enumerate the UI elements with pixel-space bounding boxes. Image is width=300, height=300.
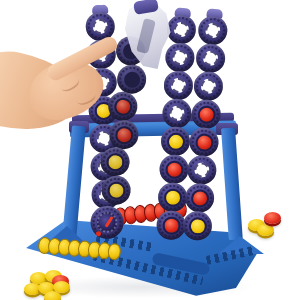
ring-empty-center [194,162,210,178]
red-disc[interactable] [106,90,139,123]
ring-empty[interactable] [165,42,195,72]
ring-empty[interactable] [193,71,224,102]
product-photo [0,0,300,300]
loose-red-disc[interactable] [264,212,281,224]
loose-yellow-disc[interactable] [44,291,61,300]
ring-empty[interactable] [197,15,228,46]
yellow-disc[interactable] [160,126,190,156]
yellow-disc-center [166,132,185,151]
ring-empty[interactable] [166,14,196,44]
yellow-disc[interactable] [182,210,213,241]
ring-empty-center [171,78,187,94]
loose-yellow-disc[interactable] [257,224,274,236]
ring-empty[interactable] [162,98,192,128]
ring-empty-center [173,22,189,38]
red-disc[interactable] [159,154,189,184]
spinning-ring[interactable] [115,63,148,96]
ring-empty[interactable] [195,43,226,74]
yellow-disc-center [188,216,207,235]
red-disc-center [194,132,213,151]
left-support-post [62,125,86,236]
red-disc[interactable] [107,118,140,151]
yellow-disc-center [163,188,182,207]
red-disc[interactable] [188,126,219,157]
ring-empty-center [93,47,109,63]
yellow-disc-center [105,152,125,172]
red-disc[interactable] [191,99,222,130]
ring-empty[interactable] [186,154,217,185]
knuckle-crease [58,74,81,94]
yellow-disc[interactable] [100,174,133,207]
red-disc-center [114,125,134,145]
ring-empty-center [169,105,185,121]
red-disc[interactable] [184,182,215,213]
ring-empty-center [92,19,108,35]
ring-empty-center [200,78,216,94]
red-disc-center [190,188,209,207]
red-disc-center [197,104,216,123]
red-disc-center [165,160,184,179]
spinning-ring-center [123,70,141,88]
ring-empty[interactable] [86,39,116,69]
red-disc-center [113,96,133,116]
yellow-disc-center [106,180,126,200]
ring-empty-center [203,50,219,66]
ring-empty[interactable] [163,70,193,100]
ring-empty-center [205,22,221,38]
red-disc-center [162,216,181,235]
ring-empty[interactable] [85,11,115,41]
yellow-disc[interactable] [99,145,132,178]
ring-empty-center [94,75,110,91]
ring-empty-center [172,50,188,66]
right-support-post [221,128,243,241]
